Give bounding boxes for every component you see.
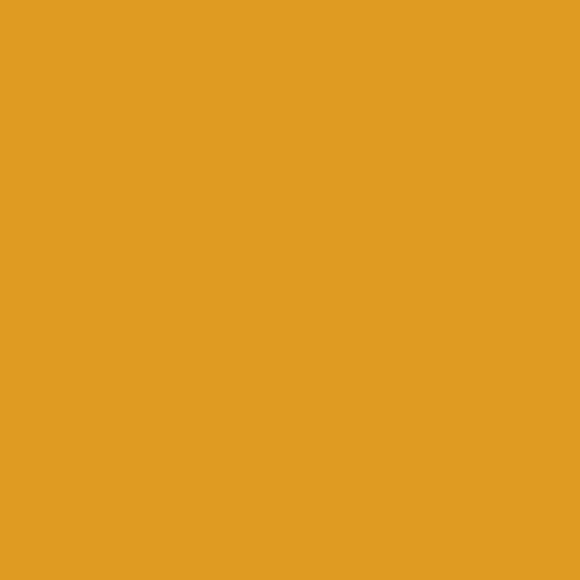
go-board[interactable] — [25, 25, 553, 553]
go-board-screen — [0, 0, 580, 580]
